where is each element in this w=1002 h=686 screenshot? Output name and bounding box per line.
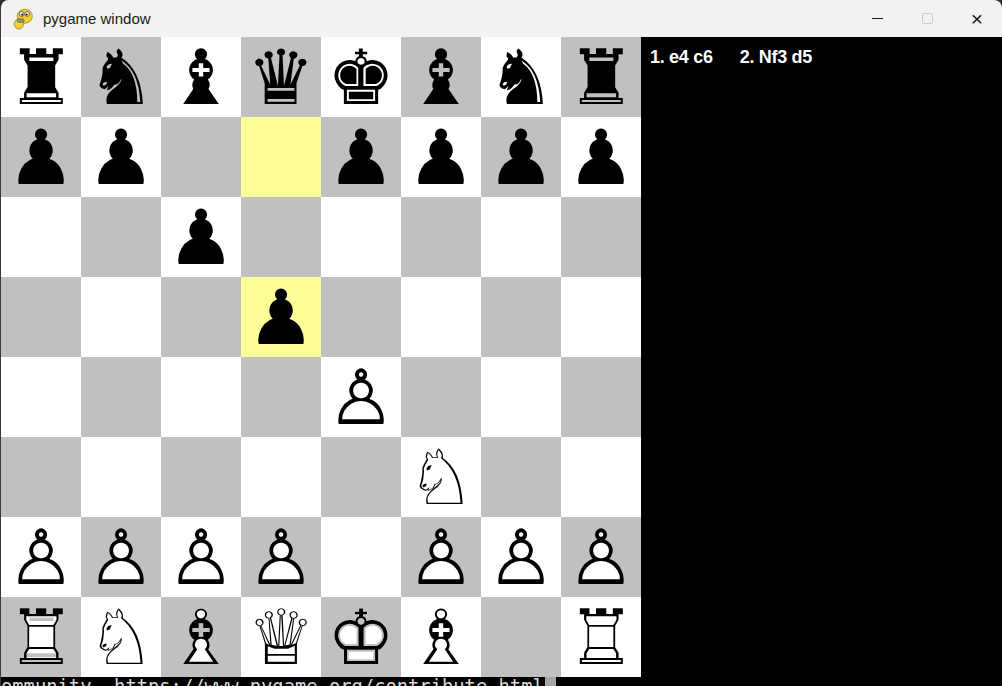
square-a1[interactable]: ♜♖ [1,597,81,677]
square-h1[interactable]: ♜♖ [561,597,641,677]
square-h2[interactable]: ♟♙ [561,517,641,597]
square-e6[interactable] [321,197,401,277]
piece-white-bishop: ♝♗ [401,597,481,677]
square-g6[interactable] [481,197,561,277]
square-b1[interactable]: ♞♘ [81,597,161,677]
square-a3[interactable] [1,437,81,517]
square-f7[interactable]: ♟ [401,117,481,197]
square-f5[interactable] [401,277,481,357]
square-c4[interactable] [161,357,241,437]
terminal-cursor [545,677,556,686]
window-title: pygame window [43,10,151,27]
piece-black-rook: ♜ [1,37,81,117]
square-g5[interactable] [481,277,561,357]
piece-white-bishop: ♝♗ [161,597,241,677]
piece-black-knight: ♞ [81,37,161,117]
piece-white-pawn: ♟♙ [81,517,161,597]
move-list: 1. e4 c6 2. Nf3 d5 [650,47,1002,68]
maximize-icon [922,13,933,24]
square-a4[interactable] [1,357,81,437]
square-d4[interactable] [241,357,321,437]
square-f6[interactable] [401,197,481,277]
square-g1[interactable] [481,597,561,677]
square-h4[interactable] [561,357,641,437]
piece-black-pawn: ♟ [161,197,241,277]
piece-white-pawn: ♟♙ [561,517,641,597]
square-c8[interactable]: ♝ [161,37,241,117]
square-g7[interactable]: ♟ [481,117,561,197]
square-f3[interactable]: ♞♘ [401,437,481,517]
title-bar[interactable]: pygame window × [1,0,1002,37]
square-g4[interactable] [481,357,561,437]
square-c6[interactable]: ♟ [161,197,241,277]
move-pair-1: 1. e4 c6 [650,47,713,68]
piece-black-pawn: ♟ [241,277,321,357]
square-c5[interactable] [161,277,241,357]
square-f2[interactable]: ♟♙ [401,517,481,597]
piece-white-queen: ♛♕ [241,597,321,677]
square-f8[interactable]: ♝ [401,37,481,117]
square-b2[interactable]: ♟♙ [81,517,161,597]
square-a7[interactable]: ♟ [1,117,81,197]
square-b7[interactable]: ♟ [81,117,161,197]
square-h6[interactable] [561,197,641,277]
pygame-window: pygame window × ♜♞♝♛♚♝♞♜♟♟♟♟♟♟♟♟♟♙♞♘♟♙♟♙… [0,0,1002,686]
square-c3[interactable] [161,437,241,517]
square-h3[interactable] [561,437,641,517]
piece-white-king: ♚♔ [321,597,401,677]
move-pair-2: 2. Nf3 d5 [740,47,812,68]
piece-white-rook: ♜♖ [1,597,81,677]
chess-board[interactable]: ♜♞♝♛♚♝♞♜♟♟♟♟♟♟♟♟♟♙♞♘♟♙♟♙♟♙♟♙♟♙♟♙♟♙♜♖♞♘♝♗… [1,37,641,677]
close-icon: × [971,8,983,29]
square-f4[interactable] [401,357,481,437]
piece-white-knight: ♞♘ [401,437,481,517]
piece-white-pawn: ♟♙ [401,517,481,597]
piece-black-bishop: ♝ [161,37,241,117]
square-h7[interactable]: ♟ [561,117,641,197]
square-b3[interactable] [81,437,161,517]
piece-white-knight: ♞♘ [81,597,161,677]
piece-black-pawn: ♟ [561,117,641,197]
piece-black-bishop: ♝ [401,37,481,117]
piece-black-pawn: ♟ [401,117,481,197]
square-g8[interactable]: ♞ [481,37,561,117]
piece-white-pawn: ♟♙ [241,517,321,597]
square-e8[interactable]: ♚ [321,37,401,117]
piece-black-rook: ♜ [561,37,641,117]
piece-white-pawn: ♟♙ [321,357,401,437]
piece-white-rook: ♜♖ [561,597,641,677]
square-e3[interactable] [321,437,401,517]
square-d2[interactable]: ♟♙ [241,517,321,597]
square-e2[interactable] [321,517,401,597]
piece-black-pawn: ♟ [481,117,561,197]
window-content: ♜♞♝♛♚♝♞♜♟♟♟♟♟♟♟♟♟♙♞♘♟♙♟♙♟♙♟♙♟♙♟♙♟♙♜♖♞♘♝♗… [1,37,1002,677]
square-c1[interactable]: ♝♗ [161,597,241,677]
pygame-icon [12,8,34,30]
piece-black-pawn: ♟ [1,117,81,197]
square-b8[interactable]: ♞ [81,37,161,117]
square-a5[interactable] [1,277,81,357]
piece-black-king: ♚ [321,37,401,117]
square-b4[interactable] [81,357,161,437]
square-h8[interactable]: ♜ [561,37,641,117]
square-d1[interactable]: ♛♕ [241,597,321,677]
square-d5[interactable]: ♟ [241,277,321,357]
square-d3[interactable] [241,437,321,517]
piece-white-pawn: ♟♙ [1,517,81,597]
square-a2[interactable]: ♟♙ [1,517,81,597]
square-f1[interactable]: ♝♗ [401,597,481,677]
minimize-button[interactable] [852,0,902,37]
square-c7[interactable] [161,117,241,197]
maximize-button[interactable] [902,0,952,37]
square-d6[interactable] [241,197,321,277]
window-controls: × [852,0,1002,37]
minimize-icon [872,18,883,20]
piece-black-queen: ♛ [241,37,321,117]
close-button[interactable]: × [952,0,1002,37]
square-e4[interactable]: ♟♙ [321,357,401,437]
square-e1[interactable]: ♚♔ [321,597,401,677]
square-h5[interactable] [561,277,641,357]
piece-black-pawn: ♟ [321,117,401,197]
square-c2[interactable]: ♟♙ [161,517,241,597]
piece-black-knight: ♞ [481,37,561,117]
square-d7[interactable] [241,117,321,197]
square-b5[interactable] [81,277,161,357]
piece-white-pawn: ♟♙ [161,517,241,597]
square-d8[interactable]: ♛ [241,37,321,117]
square-a8[interactable]: ♜ [1,37,81,117]
square-e5[interactable] [321,277,401,357]
square-g2[interactable]: ♟♙ [481,517,561,597]
square-e7[interactable]: ♟ [321,117,401,197]
piece-white-pawn: ♟♙ [481,517,561,597]
square-a6[interactable] [1,197,81,277]
piece-black-pawn: ♟ [81,117,161,197]
move-list-panel: 1. e4 c6 2. Nf3 d5 [641,37,1002,677]
square-b6[interactable] [81,197,161,277]
square-g3[interactable] [481,437,561,517]
